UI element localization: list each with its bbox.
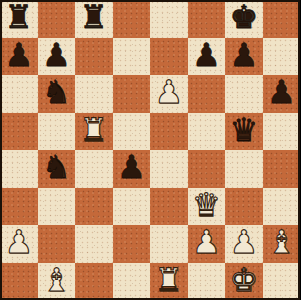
black-knight-piece: ♞: [42, 75, 71, 112]
square-h6[interactable]: ♟: [263, 75, 301, 113]
black-queen-piece: ♛: [229, 113, 258, 150]
white-rook-piece: ♜: [79, 113, 108, 150]
square-e8[interactable]: [150, 0, 188, 38]
square-a3[interactable]: [0, 188, 38, 226]
board-grid: ♜♜♚♟♟♟♟♞♟♟♜♛♞♟♛♟♟♟♝♝♜♚: [0, 0, 300, 300]
square-f5[interactable]: [188, 113, 226, 151]
square-g1[interactable]: ♚: [225, 263, 263, 300]
black-pawn-piece: ♟: [229, 38, 258, 75]
square-f8[interactable]: [188, 0, 226, 38]
square-g6[interactable]: [225, 75, 263, 113]
square-f1[interactable]: [188, 263, 226, 300]
black-rook-piece: ♜: [4, 0, 33, 37]
square-a1[interactable]: [0, 263, 38, 300]
square-b8[interactable]: [38, 0, 76, 38]
square-c5[interactable]: ♜: [75, 113, 113, 151]
square-e6[interactable]: ♟: [150, 75, 188, 113]
square-c4[interactable]: [75, 150, 113, 188]
white-pawn-piece: ♟: [229, 225, 258, 262]
square-d8[interactable]: [113, 0, 151, 38]
square-h8[interactable]: [263, 0, 301, 38]
square-c8[interactable]: ♜: [75, 0, 113, 38]
square-d6[interactable]: [113, 75, 151, 113]
square-g5[interactable]: ♛: [225, 113, 263, 151]
square-b1[interactable]: ♝: [38, 263, 76, 300]
square-c6[interactable]: [75, 75, 113, 113]
square-d2[interactable]: [113, 225, 151, 263]
square-c3[interactable]: [75, 188, 113, 226]
square-b2[interactable]: [38, 225, 76, 263]
square-b6[interactable]: ♞: [38, 75, 76, 113]
square-g4[interactable]: [225, 150, 263, 188]
square-h1[interactable]: [263, 263, 301, 300]
square-d3[interactable]: [113, 188, 151, 226]
black-king-piece: ♚: [229, 0, 258, 37]
square-a4[interactable]: [0, 150, 38, 188]
white-bishop-piece: ♝: [267, 225, 296, 262]
white-king-piece: ♚: [229, 263, 258, 300]
square-e5[interactable]: [150, 113, 188, 151]
square-a8[interactable]: ♜: [0, 0, 38, 38]
square-a5[interactable]: [0, 113, 38, 151]
square-c7[interactable]: [75, 38, 113, 76]
black-pawn-piece: ♟: [117, 150, 146, 187]
square-h2[interactable]: ♝: [263, 225, 301, 263]
square-f7[interactable]: ♟: [188, 38, 226, 76]
square-b3[interactable]: [38, 188, 76, 226]
square-e7[interactable]: [150, 38, 188, 76]
black-rook-piece: ♜: [79, 0, 108, 37]
square-b5[interactable]: [38, 113, 76, 151]
white-pawn-piece: ♟: [154, 75, 183, 112]
square-d1[interactable]: [113, 263, 151, 300]
black-pawn-piece: ♟: [42, 38, 71, 75]
square-f6[interactable]: [188, 75, 226, 113]
white-rook-piece: ♜: [154, 263, 183, 300]
chess-board: ♜♜♚♟♟♟♟♞♟♟♜♛♞♟♛♟♟♟♝♝♜♚: [0, 0, 300, 300]
square-h7[interactable]: [263, 38, 301, 76]
square-e1[interactable]: ♜: [150, 263, 188, 300]
white-pawn-piece: ♟: [4, 225, 33, 262]
square-d4[interactable]: ♟: [113, 150, 151, 188]
square-g8[interactable]: ♚: [225, 0, 263, 38]
square-c2[interactable]: [75, 225, 113, 263]
square-g2[interactable]: ♟: [225, 225, 263, 263]
black-pawn-piece: ♟: [192, 38, 221, 75]
square-h4[interactable]: [263, 150, 301, 188]
square-d5[interactable]: [113, 113, 151, 151]
square-b4[interactable]: ♞: [38, 150, 76, 188]
square-f2[interactable]: ♟: [188, 225, 226, 263]
black-pawn-piece: ♟: [4, 38, 33, 75]
square-e4[interactable]: [150, 150, 188, 188]
square-a6[interactable]: [0, 75, 38, 113]
white-queen-piece: ♛: [192, 188, 221, 225]
square-f3[interactable]: ♛: [188, 188, 226, 226]
square-e3[interactable]: [150, 188, 188, 226]
square-c1[interactable]: [75, 263, 113, 300]
square-e2[interactable]: [150, 225, 188, 263]
white-pawn-piece: ♟: [192, 225, 221, 262]
square-d7[interactable]: [113, 38, 151, 76]
square-g7[interactable]: ♟: [225, 38, 263, 76]
square-a7[interactable]: ♟: [0, 38, 38, 76]
square-h3[interactable]: [263, 188, 301, 226]
square-h5[interactable]: [263, 113, 301, 151]
white-bishop-piece: ♝: [42, 263, 71, 300]
square-b7[interactable]: ♟: [38, 38, 76, 76]
black-pawn-piece: ♟: [267, 75, 296, 112]
black-knight-piece: ♞: [42, 150, 71, 187]
square-a2[interactable]: ♟: [0, 225, 38, 263]
square-g3[interactable]: [225, 188, 263, 226]
square-f4[interactable]: [188, 150, 226, 188]
